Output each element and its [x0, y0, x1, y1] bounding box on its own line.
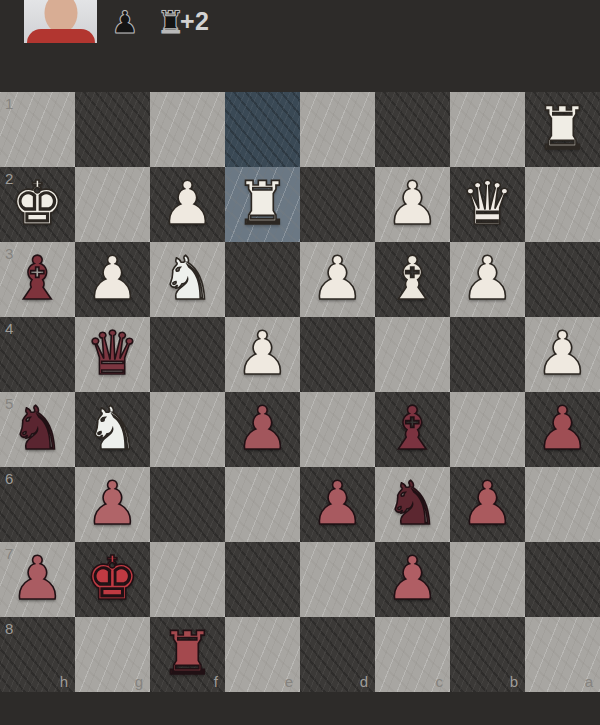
rank-label-6: 6 [5, 471, 13, 486]
square-g7[interactable]: ♚ [75, 542, 150, 617]
piece-black-knight-h5[interactable]: ♞ [0, 390, 75, 465]
square-c7[interactable]: ♟ [375, 542, 450, 617]
piece-black-pawn-h7[interactable]: ♟ [0, 540, 75, 615]
square-a3[interactable] [525, 242, 600, 317]
square-d6[interactable]: ♟ [300, 467, 375, 542]
square-f6[interactable] [150, 467, 225, 542]
square-e2[interactable]: ♜ [225, 167, 300, 242]
piece-white-pawn-f2[interactable]: ♟ [150, 165, 225, 240]
piece-white-rook-a1[interactable]: ♜ [525, 90, 600, 165]
material-advantage: +2 [180, 7, 210, 36]
square-a1[interactable]: ♜ [525, 92, 600, 167]
piece-black-bishop-c5[interactable]: ♝ [375, 390, 450, 465]
square-d1[interactable] [300, 92, 375, 167]
square-g8[interactable]: g [75, 617, 150, 692]
piece-black-pawn-c7[interactable]: ♟ [375, 540, 450, 615]
square-b3[interactable]: ♟ [450, 242, 525, 317]
square-g3[interactable]: ♟ [75, 242, 150, 317]
square-h8[interactable]: 8h [0, 617, 75, 692]
square-f7[interactable] [150, 542, 225, 617]
square-a8[interactable]: a [525, 617, 600, 692]
square-e8[interactable]: e [225, 617, 300, 692]
square-g1[interactable] [75, 92, 150, 167]
player-avatar[interactable] [24, 0, 97, 43]
piece-white-pawn-a4[interactable]: ♟ [525, 315, 600, 390]
piece-black-bishop-h3[interactable]: ♝ [0, 240, 75, 315]
square-b6[interactable]: ♟ [450, 467, 525, 542]
square-b2[interactable]: ♛ [450, 167, 525, 242]
square-d5[interactable] [300, 392, 375, 467]
square-d3[interactable]: ♟ [300, 242, 375, 317]
square-f1[interactable] [150, 92, 225, 167]
square-d8[interactable]: d [300, 617, 375, 692]
square-d4[interactable] [300, 317, 375, 392]
file-label-c: c [436, 674, 444, 689]
piece-white-rook-e2[interactable]: ♜ [225, 165, 300, 240]
square-c1[interactable] [375, 92, 450, 167]
avatar-photo-shirt [27, 29, 95, 43]
square-b5[interactable] [450, 392, 525, 467]
square-e1[interactable] [225, 92, 300, 167]
file-label-d: d [360, 674, 368, 689]
piece-black-pawn-a5[interactable]: ♟ [525, 390, 600, 465]
square-h6[interactable]: 6 [0, 467, 75, 542]
piece-black-queen-g4[interactable]: ♛ [75, 315, 150, 390]
square-e5[interactable]: ♟ [225, 392, 300, 467]
square-a7[interactable] [525, 542, 600, 617]
piece-white-king-h2[interactable]: ♚ [0, 165, 75, 240]
piece-white-pawn-c2[interactable]: ♟ [375, 165, 450, 240]
square-d7[interactable] [300, 542, 375, 617]
square-f2[interactable]: ♟ [150, 167, 225, 242]
piece-white-pawn-d3[interactable]: ♟ [300, 240, 375, 315]
square-b1[interactable] [450, 92, 525, 167]
piece-black-king-g7[interactable]: ♚ [75, 540, 150, 615]
square-e3[interactable] [225, 242, 300, 317]
file-label-e: e [285, 674, 293, 689]
square-h3[interactable]: 3♝ [0, 242, 75, 317]
square-e7[interactable] [225, 542, 300, 617]
square-f5[interactable] [150, 392, 225, 467]
piece-black-pawn-b6[interactable]: ♟ [450, 465, 525, 540]
square-c3[interactable]: ♝ [375, 242, 450, 317]
file-label-a: a [585, 674, 593, 689]
square-c2[interactable]: ♟ [375, 167, 450, 242]
piece-white-pawn-g3[interactable]: ♟ [75, 240, 150, 315]
chess-board: 1♜2♚♟♜♟♛3♝♟♞♟♝♟4♛♟♟5♞♞♟♝♟6♟♟♞♟7♟♚♟8hgf♜e… [0, 92, 600, 692]
square-c4[interactable] [375, 317, 450, 392]
square-e4[interactable]: ♟ [225, 317, 300, 392]
square-c8[interactable]: c [375, 617, 450, 692]
piece-white-queen-b2[interactable]: ♛ [450, 165, 525, 240]
rank-label-8: 8 [5, 621, 13, 636]
file-label-h: h [60, 674, 68, 689]
square-h5[interactable]: 5♞ [0, 392, 75, 467]
square-h2[interactable]: 2♚ [0, 167, 75, 242]
square-f4[interactable] [150, 317, 225, 392]
square-a5[interactable]: ♟ [525, 392, 600, 467]
square-d2[interactable] [300, 167, 375, 242]
player-bar: ♟ ♜ +2 [0, 0, 600, 92]
square-a6[interactable] [525, 467, 600, 542]
square-g4[interactable]: ♛ [75, 317, 150, 392]
square-b7[interactable] [450, 542, 525, 617]
piece-white-pawn-b3[interactable]: ♟ [450, 240, 525, 315]
square-e6[interactable] [225, 467, 300, 542]
square-g6[interactable]: ♟ [75, 467, 150, 542]
square-g5[interactable]: ♞ [75, 392, 150, 467]
square-h7[interactable]: 7♟ [0, 542, 75, 617]
piece-black-rook-f8[interactable]: ♜ [150, 615, 225, 690]
piece-black-pawn-g6[interactable]: ♟ [75, 465, 150, 540]
piece-white-bishop-c3[interactable]: ♝ [375, 240, 450, 315]
square-a2[interactable] [525, 167, 600, 242]
piece-black-pawn-e5[interactable]: ♟ [225, 390, 300, 465]
captured-pawn-icon: ♟ [111, 4, 139, 40]
square-c6[interactable]: ♞ [375, 467, 450, 542]
piece-white-knight-g5[interactable]: ♞ [75, 390, 150, 465]
square-c5[interactable]: ♝ [375, 392, 450, 467]
rank-label-4: 4 [5, 321, 13, 336]
piece-black-knight-c6[interactable]: ♞ [375, 465, 450, 540]
square-h4[interactable]: 4 [0, 317, 75, 392]
piece-black-pawn-d6[interactable]: ♟ [300, 465, 375, 540]
square-b4[interactable] [450, 317, 525, 392]
piece-white-pawn-e4[interactable]: ♟ [225, 315, 300, 390]
piece-white-knight-f3[interactable]: ♞ [150, 240, 225, 315]
square-g2[interactable] [75, 167, 150, 242]
file-label-b: b [510, 674, 518, 689]
square-a4[interactable]: ♟ [525, 317, 600, 392]
chess-app: ♟ ♜ +2 1♜2♚♟♜♟♛3♝♟♞♟♝♟4♛♟♟5♞♞♟♝♟6♟♟♞♟7♟♚… [0, 0, 600, 725]
square-b8[interactable]: b [450, 617, 525, 692]
rank-label-1: 1 [5, 96, 13, 111]
square-h1[interactable]: 1 [0, 92, 75, 167]
file-label-g: g [135, 674, 143, 689]
square-f8[interactable]: f♜ [150, 617, 225, 692]
square-f3[interactable]: ♞ [150, 242, 225, 317]
